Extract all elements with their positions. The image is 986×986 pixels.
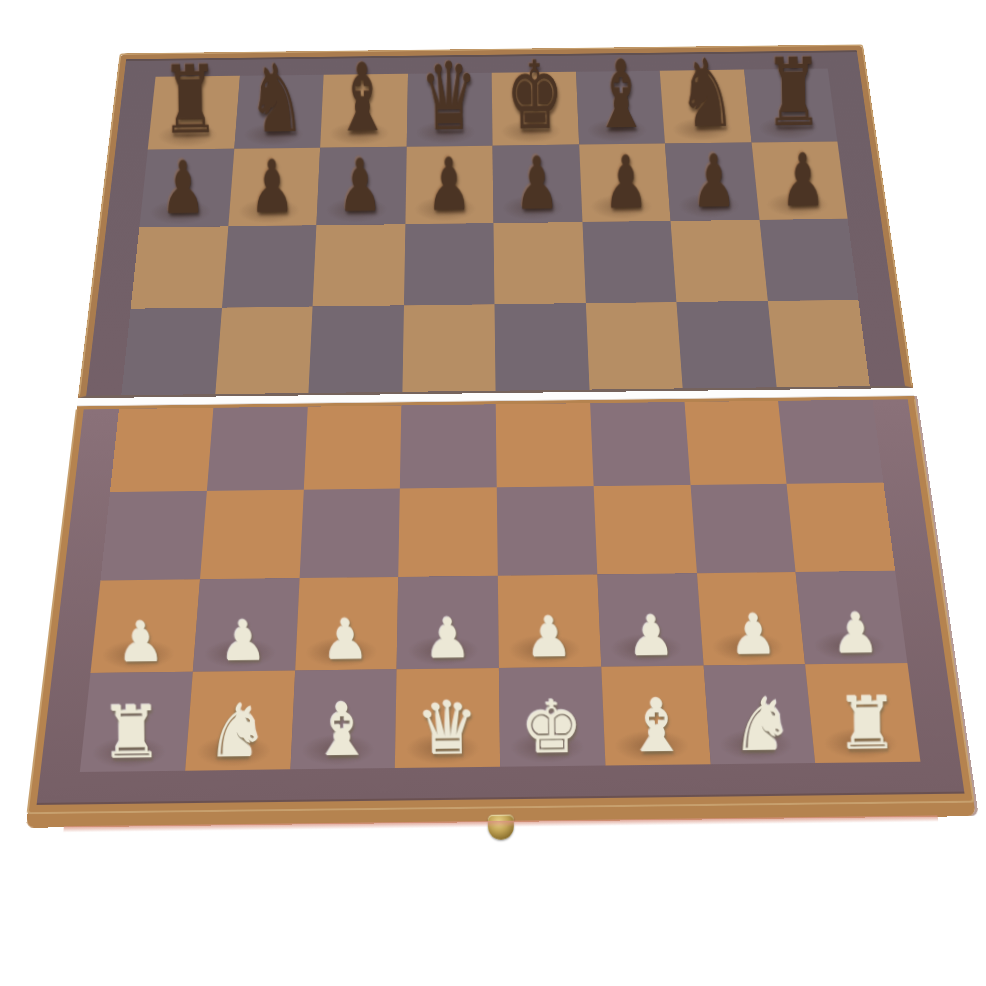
square-c1[interactable]: ♝ [290, 670, 397, 770]
piece-white-pawn-a2[interactable]: ♟ [117, 614, 165, 670]
square-b1[interactable]: ♞ [185, 671, 295, 771]
square-b2[interactable]: ♟ [193, 578, 300, 672]
piece-black-pawn-f7[interactable]: ♟ [603, 146, 648, 220]
piece-white-pawn-g2[interactable]: ♟ [730, 607, 778, 663]
piece-black-queen-d8[interactable]: ♛ [420, 50, 478, 145]
square-f2[interactable]: ♟ [597, 573, 703, 667]
square-e7[interactable]: ♟ [493, 145, 582, 223]
square-e1[interactable]: ♚ [499, 667, 605, 767]
square-e3[interactable] [497, 486, 597, 575]
square-h3[interactable] [787, 483, 895, 572]
piece-black-rook-a8[interactable]: ♜ [161, 53, 219, 148]
square-g6[interactable] [671, 220, 768, 302]
square-f3[interactable] [593, 485, 696, 574]
square-a1[interactable]: ♜ [80, 672, 193, 772]
square-b5[interactable] [215, 307, 313, 394]
square-f7[interactable]: ♟ [579, 144, 671, 222]
piece-white-pawn-d2[interactable]: ♟ [424, 611, 472, 667]
square-c4[interactable] [303, 405, 401, 490]
piece-white-pawn-e2[interactable]: ♟ [526, 609, 574, 665]
square-g8[interactable]: ♞ [660, 70, 752, 144]
piece-black-pawn-e7[interactable]: ♟ [515, 147, 560, 221]
square-b8[interactable]: ♞ [234, 75, 324, 149]
square-h8[interactable]: ♜ [744, 69, 838, 143]
square-c3[interactable] [299, 489, 400, 578]
square-a4[interactable] [110, 408, 213, 493]
piece-black-pawn-a7[interactable]: ♟ [161, 151, 206, 225]
square-g4[interactable] [684, 401, 787, 486]
square-c7[interactable]: ♟ [316, 147, 406, 225]
piece-black-pawn-h7[interactable]: ♟ [780, 144, 825, 218]
piece-black-rook-h8[interactable]: ♜ [764, 46, 822, 141]
square-f1[interactable]: ♝ [601, 666, 710, 766]
square-h1[interactable]: ♜ [805, 663, 920, 762]
piece-white-pawn-c2[interactable]: ♟ [322, 612, 370, 668]
square-c6[interactable] [313, 224, 405, 307]
square-a3[interactable] [100, 491, 206, 580]
piece-black-pawn-d7[interactable]: ♟ [426, 148, 471, 222]
square-e2[interactable]: ♟ [498, 574, 601, 668]
square-c8[interactable]: ♝ [320, 74, 408, 148]
square-f4[interactable] [590, 402, 690, 487]
square-a7[interactable]: ♟ [139, 149, 234, 227]
piece-white-rook-a1[interactable]: ♜ [101, 695, 164, 769]
piece-black-pawn-b7[interactable]: ♟ [249, 150, 294, 224]
square-g1[interactable]: ♞ [703, 665, 815, 764]
board-bottom-half: ♟♟♟♟♟♟♟♟♜♞♝♛♚♝♞♜ [26, 396, 976, 828]
square-d4[interactable] [400, 404, 497, 489]
square-d1[interactable]: ♛ [395, 668, 500, 768]
square-e8[interactable]: ♚ [492, 72, 579, 146]
chess-board: ♜♞♝♛♚♝♞♜♟♟♟♟♟♟♟♟ ♟♟♟♟♟♟♟♟♜♞♝♛♚♝♞♜ [26, 44, 976, 827]
squares-grid-bottom: ♟♟♟♟♟♟♟♟♜♞♝♛♚♝♞♜ [80, 400, 921, 772]
piece-black-knight-b8[interactable]: ♞ [247, 52, 305, 147]
square-d7[interactable]: ♟ [405, 146, 494, 224]
piece-white-knight-g1[interactable]: ♞ [731, 687, 794, 761]
square-g2[interactable]: ♟ [696, 572, 805, 666]
square-c2[interactable]: ♟ [295, 577, 399, 671]
square-a6[interactable] [131, 226, 228, 309]
square-f5[interactable] [585, 302, 682, 389]
square-f8[interactable]: ♝ [576, 71, 665, 145]
square-g3[interactable] [690, 484, 796, 573]
piece-black-king-e8[interactable]: ♚ [506, 49, 564, 144]
square-d5[interactable] [402, 304, 496, 391]
piece-white-pawn-f2[interactable]: ♟ [628, 608, 676, 664]
square-b7[interactable]: ♟ [228, 148, 320, 226]
square-d3[interactable] [398, 488, 497, 577]
squares-grid-top: ♜♞♝♛♚♝♞♜♟♟♟♟♟♟♟♟ [121, 69, 869, 395]
piece-white-king-e1[interactable]: ♚ [521, 690, 584, 764]
piece-black-pawn-c7[interactable]: ♟ [338, 149, 383, 223]
piece-white-bishop-f1[interactable]: ♝ [626, 689, 689, 763]
square-d6[interactable] [404, 223, 495, 305]
square-b6[interactable] [222, 225, 317, 308]
piece-white-rook-h1[interactable]: ♜ [836, 686, 899, 760]
piece-black-bishop-f8[interactable]: ♝ [592, 48, 650, 143]
piece-white-pawn-h2[interactable]: ♟ [832, 606, 880, 662]
piece-white-pawn-b2[interactable]: ♟ [220, 613, 268, 669]
square-h2[interactable]: ♟ [796, 571, 908, 665]
square-e5[interactable] [494, 303, 589, 390]
square-b3[interactable] [200, 490, 304, 579]
square-b4[interactable] [207, 406, 308, 491]
piece-black-pawn-g7[interactable]: ♟ [691, 145, 736, 219]
piece-white-queen-d1[interactable]: ♛ [416, 691, 479, 765]
square-h5[interactable] [767, 300, 869, 387]
board-top-half: ♜♞♝♛♚♝♞♜♟♟♟♟♟♟♟♟ [78, 44, 913, 397]
square-e6[interactable] [493, 222, 585, 304]
square-h7[interactable]: ♟ [751, 142, 847, 220]
square-c5[interactable] [308, 306, 403, 393]
square-d2[interactable]: ♟ [397, 576, 499, 670]
square-g5[interactable] [676, 301, 776, 388]
square-f6[interactable] [582, 221, 676, 303]
square-e4[interactable] [496, 403, 594, 488]
square-d8[interactable]: ♛ [406, 73, 492, 147]
square-h4[interactable] [778, 400, 883, 484]
piece-black-bishop-c8[interactable]: ♝ [334, 51, 392, 146]
piece-white-bishop-c1[interactable]: ♝ [311, 693, 374, 767]
square-a8[interactable]: ♜ [148, 76, 240, 150]
square-a5[interactable] [121, 308, 221, 395]
piece-white-knight-b1[interactable]: ♞ [206, 694, 269, 768]
square-h6[interactable] [759, 219, 858, 301]
chessboard-photo: ♜♞♝♛♚♝♞♜♟♟♟♟♟♟♟♟ ♟♟♟♟♟♟♟♟♜♞♝♛♚♝♞♜ [14, 0, 976, 828]
square-a2[interactable]: ♟ [90, 579, 199, 673]
piece-black-knight-g8[interactable]: ♞ [678, 47, 736, 142]
square-g7[interactable]: ♟ [665, 143, 759, 221]
